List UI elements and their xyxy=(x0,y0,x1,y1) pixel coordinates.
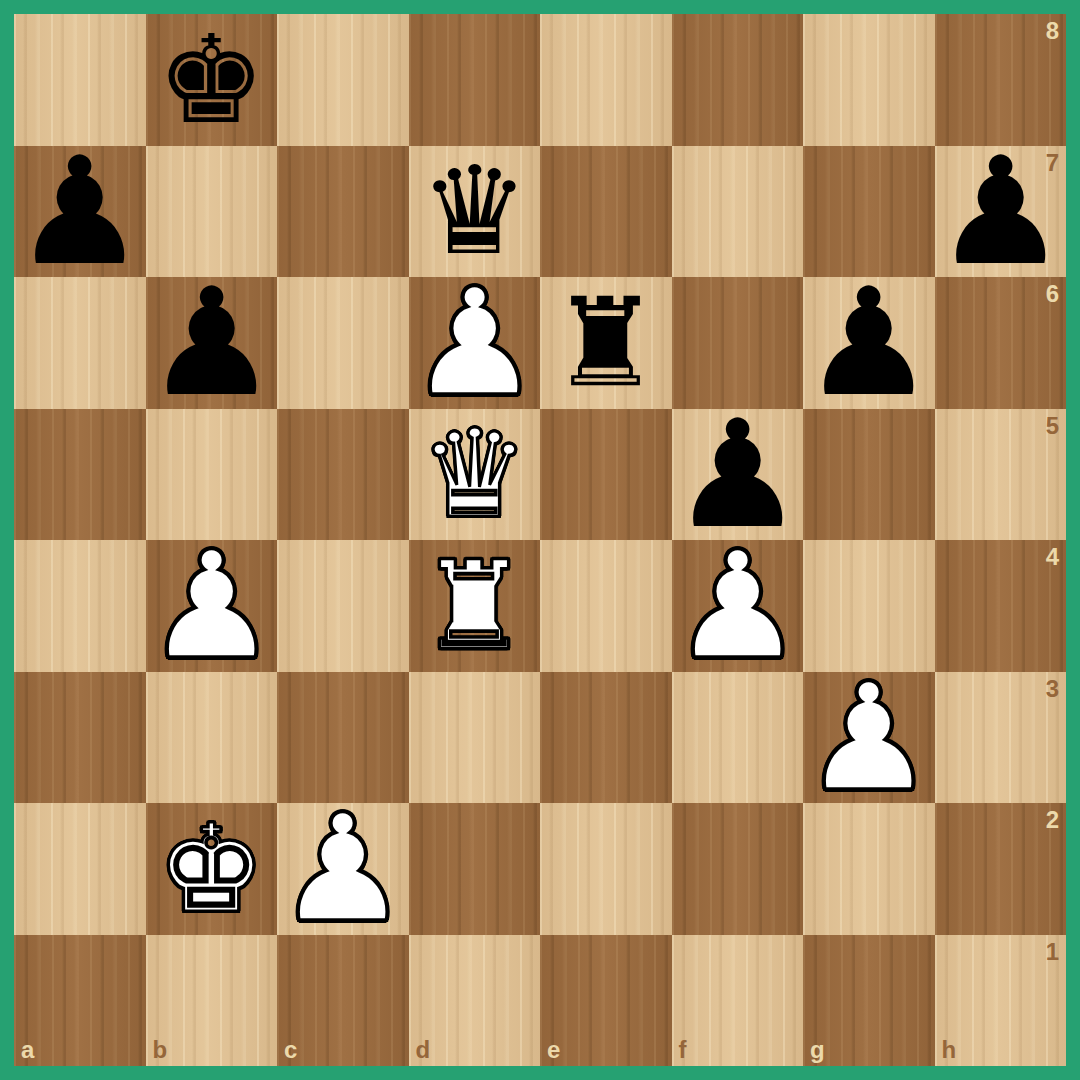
square-c8[interactable] xyxy=(277,14,409,146)
square-b1[interactable]: b xyxy=(146,935,278,1067)
square-d2[interactable] xyxy=(409,803,541,935)
piece-white-queen[interactable]: ♛ xyxy=(409,409,541,541)
piece-white-pawn[interactable]: ♟ xyxy=(409,277,541,409)
piece-white-rook[interactable]: ♜ xyxy=(409,540,541,672)
square-g1[interactable]: g xyxy=(803,935,935,1067)
square-f1[interactable]: f xyxy=(672,935,804,1067)
square-b6[interactable]: ♟ xyxy=(146,277,278,409)
chess-board: ♚8♟♛♟7♟♟♜♟6♛♟5♟♜♟4♟3♚♟2abcdefg1h xyxy=(14,14,1066,1066)
piece-black-pawn[interactable]: ♟ xyxy=(672,409,804,541)
square-b7[interactable] xyxy=(146,146,278,278)
piece-white-pawn[interactable]: ♟ xyxy=(803,672,935,804)
square-e1[interactable]: e xyxy=(540,935,672,1067)
piece-black-rook[interactable]: ♜ xyxy=(540,277,672,409)
square-d1[interactable]: d xyxy=(409,935,541,1067)
square-e4[interactable] xyxy=(540,540,672,672)
board-frame: ♚8♟♛♟7♟♟♜♟6♛♟5♟♜♟4♟3♚♟2abcdefg1h xyxy=(0,0,1080,1080)
square-g6[interactable]: ♟ xyxy=(803,277,935,409)
piece-black-queen[interactable]: ♛ xyxy=(409,146,541,278)
square-a5[interactable] xyxy=(14,409,146,541)
square-f3[interactable] xyxy=(672,672,804,804)
square-g3[interactable]: ♟ xyxy=(803,672,935,804)
square-a4[interactable] xyxy=(14,540,146,672)
piece-white-pawn[interactable]: ♟ xyxy=(277,803,409,935)
square-d6[interactable]: ♟ xyxy=(409,277,541,409)
square-g5[interactable] xyxy=(803,409,935,541)
square-e5[interactable] xyxy=(540,409,672,541)
file-label-g: g xyxy=(810,1036,825,1064)
square-f6[interactable] xyxy=(672,277,804,409)
rank-label-4: 4 xyxy=(1046,543,1059,571)
square-d5[interactable]: ♛ xyxy=(409,409,541,541)
rank-label-3: 3 xyxy=(1046,675,1059,703)
square-e3[interactable] xyxy=(540,672,672,804)
piece-black-pawn[interactable]: ♟ xyxy=(803,277,935,409)
rank-label-2: 2 xyxy=(1046,806,1059,834)
square-d7[interactable]: ♛ xyxy=(409,146,541,278)
square-f8[interactable] xyxy=(672,14,804,146)
square-b5[interactable] xyxy=(146,409,278,541)
square-c4[interactable] xyxy=(277,540,409,672)
square-a8[interactable] xyxy=(14,14,146,146)
square-h7[interactable]: ♟7 xyxy=(935,146,1067,278)
square-e7[interactable] xyxy=(540,146,672,278)
file-label-e: e xyxy=(547,1036,560,1064)
square-g4[interactable] xyxy=(803,540,935,672)
file-label-b: b xyxy=(153,1036,168,1064)
square-g8[interactable] xyxy=(803,14,935,146)
square-b8[interactable]: ♚ xyxy=(146,14,278,146)
square-c2[interactable]: ♟ xyxy=(277,803,409,935)
square-b3[interactable] xyxy=(146,672,278,804)
piece-black-pawn[interactable]: ♟ xyxy=(146,277,278,409)
square-e8[interactable] xyxy=(540,14,672,146)
rank-label-1: 1 xyxy=(1046,938,1059,966)
square-h4[interactable]: 4 xyxy=(935,540,1067,672)
piece-black-pawn[interactable]: ♟ xyxy=(14,146,146,278)
square-h3[interactable]: 3 xyxy=(935,672,1067,804)
square-d8[interactable] xyxy=(409,14,541,146)
piece-black-pawn[interactable]: ♟ xyxy=(935,146,1067,278)
square-c3[interactable] xyxy=(277,672,409,804)
square-g2[interactable] xyxy=(803,803,935,935)
square-a2[interactable] xyxy=(14,803,146,935)
square-e6[interactable]: ♜ xyxy=(540,277,672,409)
square-a7[interactable]: ♟ xyxy=(14,146,146,278)
square-d3[interactable] xyxy=(409,672,541,804)
file-label-h: h xyxy=(942,1036,957,1064)
file-label-f: f xyxy=(679,1036,687,1064)
rank-label-6: 6 xyxy=(1046,280,1059,308)
square-b4[interactable]: ♟ xyxy=(146,540,278,672)
square-c6[interactable] xyxy=(277,277,409,409)
piece-white-pawn[interactable]: ♟ xyxy=(146,540,278,672)
square-a3[interactable] xyxy=(14,672,146,804)
piece-white-pawn[interactable]: ♟ xyxy=(672,540,804,672)
file-label-d: d xyxy=(416,1036,431,1064)
square-h5[interactable]: 5 xyxy=(935,409,1067,541)
square-f4[interactable]: ♟ xyxy=(672,540,804,672)
square-a1[interactable]: a xyxy=(14,935,146,1067)
piece-white-king[interactable]: ♚ xyxy=(146,803,278,935)
square-b2[interactable]: ♚ xyxy=(146,803,278,935)
square-g7[interactable] xyxy=(803,146,935,278)
square-h1[interactable]: 1h xyxy=(935,935,1067,1067)
file-label-c: c xyxy=(284,1036,297,1064)
square-f2[interactable] xyxy=(672,803,804,935)
square-h6[interactable]: 6 xyxy=(935,277,1067,409)
square-c1[interactable]: c xyxy=(277,935,409,1067)
square-c5[interactable] xyxy=(277,409,409,541)
file-label-a: a xyxy=(21,1036,34,1064)
square-f5[interactable]: ♟ xyxy=(672,409,804,541)
rank-label-5: 5 xyxy=(1046,412,1059,440)
square-c7[interactable] xyxy=(277,146,409,278)
square-h2[interactable]: 2 xyxy=(935,803,1067,935)
square-e2[interactable] xyxy=(540,803,672,935)
square-h8[interactable]: 8 xyxy=(935,14,1067,146)
square-a6[interactable] xyxy=(14,277,146,409)
square-f7[interactable] xyxy=(672,146,804,278)
rank-label-8: 8 xyxy=(1046,17,1059,45)
square-d4[interactable]: ♜ xyxy=(409,540,541,672)
piece-black-king[interactable]: ♚ xyxy=(146,14,278,146)
